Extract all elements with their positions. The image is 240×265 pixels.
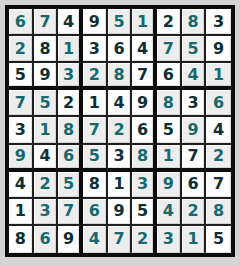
cell-r5c7[interactable]: 5 [157,117,182,144]
cell-r8c3[interactable]: 7 [58,199,83,226]
cell-r8c1[interactable]: 1 [9,199,34,226]
cell-r4c5[interactable]: 4 [108,90,133,117]
cell-r7c7[interactable]: 9 [157,172,182,199]
cell-r8c7[interactable]: 4 [157,199,182,226]
cell-r7c4[interactable]: 8 [83,172,108,199]
cell-r7c6[interactable]: 3 [132,172,157,199]
cell-r1c2[interactable]: 7 [34,9,59,36]
cell-r8c8[interactable]: 2 [182,199,207,226]
cell-r1c7[interactable]: 2 [157,9,182,36]
cell-r1c1[interactable]: 6 [9,9,34,36]
cell-r2c9[interactable]: 9 [206,36,231,63]
cell-r8c4[interactable]: 6 [83,199,108,226]
cell-r9c4[interactable]: 4 [83,226,108,253]
cell-r6c3[interactable]: 6 [58,145,83,172]
cell-r3c2[interactable]: 9 [34,63,59,90]
cell-r9c8[interactable]: 1 [182,226,207,253]
cell-r7c2[interactable]: 2 [34,172,59,199]
cell-r8c2[interactable]: 3 [34,199,59,226]
cell-r7c9[interactable]: 7 [206,172,231,199]
cell-r9c9[interactable]: 5 [206,226,231,253]
cell-r6c2[interactable]: 4 [34,145,59,172]
cell-r2c1[interactable]: 2 [9,36,34,63]
cell-r6c1[interactable]: 9 [9,145,34,172]
cell-r5c5[interactable]: 2 [108,117,133,144]
cell-r2c5[interactable]: 6 [108,36,133,63]
cell-r2c6[interactable]: 4 [132,36,157,63]
cell-r1c3[interactable]: 4 [58,9,83,36]
cell-r5c1[interactable]: 3 [9,117,34,144]
cell-r5c6[interactable]: 6 [132,117,157,144]
cell-r2c4[interactable]: 3 [83,36,108,63]
cell-r9c7[interactable]: 3 [157,226,182,253]
cell-r4c3[interactable]: 2 [58,90,83,117]
cell-r3c7[interactable]: 6 [157,63,182,90]
cell-r2c2[interactable]: 8 [34,36,59,63]
cell-r6c5[interactable]: 3 [108,145,133,172]
cell-r8c5[interactable]: 9 [108,199,133,226]
cell-r7c8[interactable]: 6 [182,172,207,199]
cell-r5c4[interactable]: 7 [83,117,108,144]
cell-r6c8[interactable]: 7 [182,145,207,172]
cell-r2c7[interactable]: 7 [157,36,182,63]
cell-r6c9[interactable]: 2 [206,145,231,172]
cell-r9c5[interactable]: 7 [108,226,133,253]
cell-r5c3[interactable]: 8 [58,117,83,144]
cell-r6c7[interactable]: 1 [157,145,182,172]
cell-r5c9[interactable]: 4 [206,117,231,144]
cell-r7c5[interactable]: 1 [108,172,133,199]
cell-r9c6[interactable]: 2 [132,226,157,253]
cell-r1c6[interactable]: 1 [132,9,157,36]
cell-r4c9[interactable]: 6 [206,90,231,117]
cell-r4c7[interactable]: 8 [157,90,182,117]
cell-r9c2[interactable]: 6 [34,226,59,253]
cell-r4c8[interactable]: 3 [182,90,207,117]
cell-r1c5[interactable]: 5 [108,9,133,36]
cell-r9c3[interactable]: 9 [58,226,83,253]
cell-r2c3[interactable]: 1 [58,36,83,63]
page-background: 6749512832813647595932876417521498363187… [0,0,240,265]
sudoku-board: 6749512832813647595932876417521498363187… [5,5,235,257]
cell-r3c4[interactable]: 2 [83,63,108,90]
cell-r6c4[interactable]: 5 [83,145,108,172]
cell-r4c2[interactable]: 5 [34,90,59,117]
cell-r2c8[interactable]: 5 [182,36,207,63]
cell-r3c6[interactable]: 7 [132,63,157,90]
cell-r4c6[interactable]: 9 [132,90,157,117]
cell-r1c4[interactable]: 9 [83,9,108,36]
cell-r7c1[interactable]: 4 [9,172,34,199]
cell-r3c8[interactable]: 4 [182,63,207,90]
cell-r6c6[interactable]: 8 [132,145,157,172]
cell-r1c8[interactable]: 8 [182,9,207,36]
cell-r5c2[interactable]: 1 [34,117,59,144]
cell-r3c9[interactable]: 1 [206,63,231,90]
cell-r7c3[interactable]: 5 [58,172,83,199]
cell-r5c8[interactable]: 9 [182,117,207,144]
cell-r4c1[interactable]: 7 [9,90,34,117]
cell-r4c4[interactable]: 1 [83,90,108,117]
cell-r3c5[interactable]: 8 [108,63,133,90]
cell-r9c1[interactable]: 8 [9,226,34,253]
cell-r3c1[interactable]: 5 [9,63,34,90]
cell-r1c9[interactable]: 3 [206,9,231,36]
cell-r8c9[interactable]: 8 [206,199,231,226]
cell-r3c3[interactable]: 3 [58,63,83,90]
cell-r8c6[interactable]: 5 [132,199,157,226]
